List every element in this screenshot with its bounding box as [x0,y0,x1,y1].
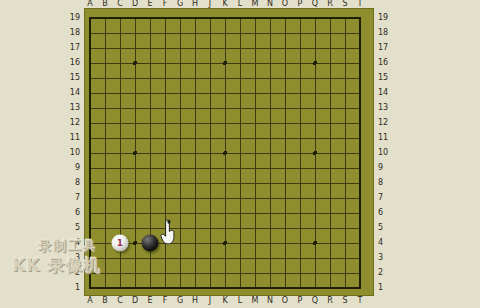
coord-label: 2 [378,269,383,277]
coord-label: S [342,0,347,8]
coord-label: 18 [378,29,388,37]
coord-label: H [192,297,198,305]
coord-label: E [147,0,152,8]
coord-label: 8 [75,179,80,187]
coord-label: 7 [75,194,80,202]
coord-label: 14 [378,89,388,97]
coord-label: A [87,297,92,305]
coord-label: 10 [70,149,80,157]
coord-label: Q [312,0,318,8]
coord-label: S [342,297,347,305]
coord-label: M [252,297,259,305]
coord-label: 12 [70,119,80,127]
coord-label: G [177,0,183,8]
coord-label: 6 [75,209,80,217]
coord-label: 9 [75,164,80,172]
stone-move-label: 1 [117,239,123,248]
coord-label: 17 [70,44,80,52]
screen: AABBCCDDEEFFGGHHJJKKLLMMNNOOPPQQRRSSTT19… [0,0,480,308]
coord-label: 10 [378,149,388,157]
coord-label: 16 [378,59,388,67]
coord-label: 5 [75,224,80,232]
coord-label: O [282,297,288,305]
white-stone[interactable]: 1 [112,235,129,252]
coord-label: 15 [70,74,80,82]
coord-label: P [298,297,303,305]
coord-label: F [163,0,168,8]
coord-label: 1 [378,284,383,292]
coord-label: P [298,0,303,8]
coord-label: 18 [70,29,80,37]
coord-label: T [358,0,363,8]
coord-label: 19 [70,14,80,22]
coord-label: R [327,297,333,305]
coord-label: 15 [378,74,388,82]
coord-label: 17 [378,44,388,52]
coord-label: E [147,297,152,305]
coord-label: 14 [70,89,80,97]
coord-label: C [117,0,123,8]
coord-label: R [327,0,333,8]
black-stone[interactable] [142,235,159,252]
coord-label: 6 [378,209,383,217]
coord-label: O [282,0,288,8]
coord-label: C [117,297,123,305]
coord-label: 1 [75,284,80,292]
coord-label: D [132,297,138,305]
coord-label: K [222,297,227,305]
coord-label: L [238,297,242,305]
coord-label: 4 [378,239,383,247]
coord-label: L [238,0,242,8]
coord-label: 19 [378,14,388,22]
go-board[interactable] [84,8,374,296]
coord-label: T [358,297,363,305]
watermark-line1: 录制工具 [38,237,101,255]
coord-label: F [163,297,168,305]
coord-label: N [267,0,273,8]
coord-label: B [102,297,108,305]
coord-label: Q [312,297,318,305]
coord-label: J [209,0,211,8]
coord-label: A [87,0,92,8]
coord-label: 7 [378,194,383,202]
watermark: 录制工具 KK 录像机 [12,237,101,277]
coord-label: 13 [70,104,80,112]
coord-label: 11 [70,134,80,142]
coord-label: M [252,0,259,8]
coord-label: 11 [378,134,388,142]
watermark-line2: KK 录像机 [12,254,101,277]
coord-label: 12 [378,119,388,127]
coord-label: H [192,0,198,8]
hand-cursor-icon [159,219,177,246]
coord-label: N [267,297,273,305]
coord-label: 16 [70,59,80,67]
coord-label: 3 [378,254,383,262]
coord-label: B [102,0,108,8]
coord-label: 5 [378,224,383,232]
coord-label: J [209,297,211,305]
coord-label: K [222,0,227,8]
coord-label: 13 [378,104,388,112]
coord-label: 8 [378,179,383,187]
coord-label: 9 [378,164,383,172]
coord-label: G [177,297,183,305]
coord-label: D [132,0,138,8]
